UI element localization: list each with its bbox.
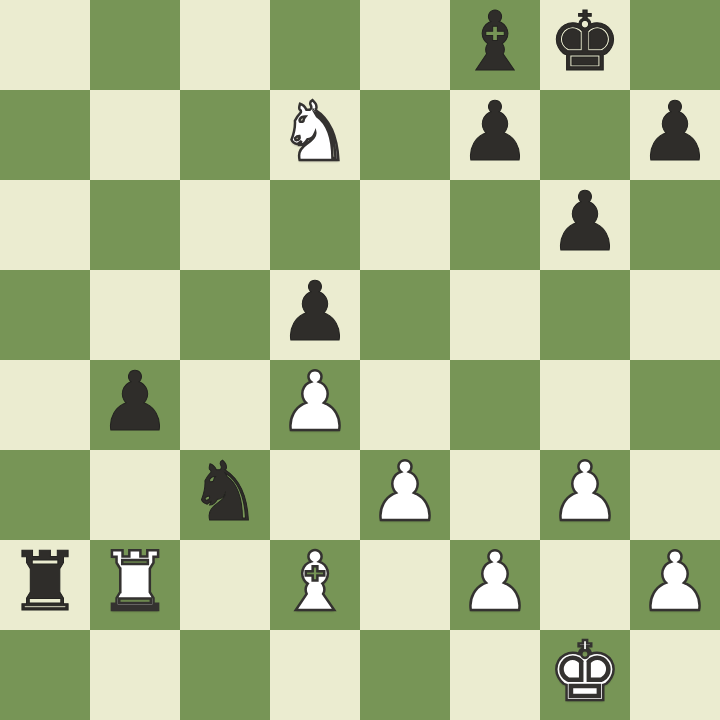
square-f2[interactable]: ♟ bbox=[450, 540, 540, 630]
square-b4[interactable]: ♟ bbox=[90, 360, 180, 450]
square-b3[interactable] bbox=[90, 450, 180, 540]
black-king[interactable]: ♚ bbox=[548, 0, 622, 87]
white-rook[interactable]: ♜ bbox=[98, 537, 172, 627]
square-h2[interactable]: ♟ bbox=[630, 540, 720, 630]
square-d7[interactable]: ♞ bbox=[270, 90, 360, 180]
square-a1[interactable] bbox=[0, 630, 90, 720]
black-pawn[interactable]: ♟ bbox=[98, 357, 172, 447]
square-g1[interactable]: ♚ bbox=[540, 630, 630, 720]
square-c5[interactable] bbox=[180, 270, 270, 360]
square-d3[interactable] bbox=[270, 450, 360, 540]
square-f1[interactable] bbox=[450, 630, 540, 720]
square-a8[interactable] bbox=[0, 0, 90, 90]
square-a5[interactable] bbox=[0, 270, 90, 360]
square-b6[interactable] bbox=[90, 180, 180, 270]
square-e6[interactable] bbox=[360, 180, 450, 270]
square-b2[interactable]: ♜ bbox=[90, 540, 180, 630]
square-g8[interactable]: ♚ bbox=[540, 0, 630, 90]
white-knight[interactable]: ♞ bbox=[278, 87, 352, 177]
square-h7[interactable]: ♟ bbox=[630, 90, 720, 180]
square-d1[interactable] bbox=[270, 630, 360, 720]
square-e1[interactable] bbox=[360, 630, 450, 720]
chess-board: ♝♚♞♟♟♟♟♟♟♞♟♟♜♜♝♟♟♚ bbox=[0, 0, 720, 720]
white-king[interactable]: ♚ bbox=[548, 627, 622, 717]
white-pawn[interactable]: ♟ bbox=[638, 537, 712, 627]
black-pawn[interactable]: ♟ bbox=[458, 87, 532, 177]
square-b8[interactable] bbox=[90, 0, 180, 90]
square-g5[interactable] bbox=[540, 270, 630, 360]
black-knight[interactable]: ♞ bbox=[188, 447, 262, 537]
square-c8[interactable] bbox=[180, 0, 270, 90]
square-d5[interactable]: ♟ bbox=[270, 270, 360, 360]
square-h4[interactable] bbox=[630, 360, 720, 450]
black-bishop[interactable]: ♝ bbox=[458, 0, 532, 87]
square-f6[interactable] bbox=[450, 180, 540, 270]
square-e5[interactable] bbox=[360, 270, 450, 360]
square-f5[interactable] bbox=[450, 270, 540, 360]
square-c3[interactable]: ♞ bbox=[180, 450, 270, 540]
square-a3[interactable] bbox=[0, 450, 90, 540]
square-f7[interactable]: ♟ bbox=[450, 90, 540, 180]
square-e4[interactable] bbox=[360, 360, 450, 450]
square-f4[interactable] bbox=[450, 360, 540, 450]
square-a7[interactable] bbox=[0, 90, 90, 180]
black-pawn[interactable]: ♟ bbox=[278, 267, 352, 357]
square-g3[interactable]: ♟ bbox=[540, 450, 630, 540]
square-b1[interactable] bbox=[90, 630, 180, 720]
square-g4[interactable] bbox=[540, 360, 630, 450]
square-b7[interactable] bbox=[90, 90, 180, 180]
square-f3[interactable] bbox=[450, 450, 540, 540]
square-a6[interactable] bbox=[0, 180, 90, 270]
white-pawn[interactable]: ♟ bbox=[458, 537, 532, 627]
square-a4[interactable] bbox=[0, 360, 90, 450]
square-h3[interactable] bbox=[630, 450, 720, 540]
square-a2[interactable]: ♜ bbox=[0, 540, 90, 630]
square-c6[interactable] bbox=[180, 180, 270, 270]
square-h6[interactable] bbox=[630, 180, 720, 270]
white-bishop[interactable]: ♝ bbox=[278, 537, 352, 627]
square-c1[interactable] bbox=[180, 630, 270, 720]
square-b5[interactable] bbox=[90, 270, 180, 360]
square-g6[interactable]: ♟ bbox=[540, 180, 630, 270]
square-c2[interactable] bbox=[180, 540, 270, 630]
square-e3[interactable]: ♟ bbox=[360, 450, 450, 540]
square-e2[interactable] bbox=[360, 540, 450, 630]
square-g2[interactable] bbox=[540, 540, 630, 630]
black-pawn[interactable]: ♟ bbox=[638, 87, 712, 177]
square-e8[interactable] bbox=[360, 0, 450, 90]
white-pawn[interactable]: ♟ bbox=[278, 357, 352, 447]
square-d4[interactable]: ♟ bbox=[270, 360, 360, 450]
square-d6[interactable] bbox=[270, 180, 360, 270]
black-pawn[interactable]: ♟ bbox=[548, 177, 622, 267]
square-h8[interactable] bbox=[630, 0, 720, 90]
square-h1[interactable] bbox=[630, 630, 720, 720]
square-h5[interactable] bbox=[630, 270, 720, 360]
square-c7[interactable] bbox=[180, 90, 270, 180]
square-d2[interactable]: ♝ bbox=[270, 540, 360, 630]
white-pawn[interactable]: ♟ bbox=[548, 447, 622, 537]
square-e7[interactable] bbox=[360, 90, 450, 180]
square-d8[interactable] bbox=[270, 0, 360, 90]
chess-board-container: ♝♚♞♟♟♟♟♟♟♞♟♟♜♜♝♟♟♚ bbox=[0, 0, 720, 720]
white-pawn[interactable]: ♟ bbox=[368, 447, 442, 537]
square-f8[interactable]: ♝ bbox=[450, 0, 540, 90]
black-rook[interactable]: ♜ bbox=[8, 537, 82, 627]
square-c4[interactable] bbox=[180, 360, 270, 450]
square-g7[interactable] bbox=[540, 90, 630, 180]
